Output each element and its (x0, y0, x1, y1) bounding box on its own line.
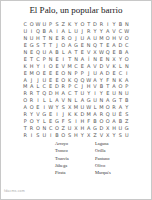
grid-cell: N (124, 62, 130, 69)
word-list-item: Marqués (95, 169, 135, 176)
grid-cell: W (124, 28, 130, 35)
grid-cell: O (124, 55, 130, 62)
word-list-item: Jábega (55, 162, 95, 169)
word-list-item: Laguna (95, 140, 135, 147)
grid-cell: U (124, 131, 130, 138)
grid-cell: B (124, 97, 130, 104)
grid-cell: P (124, 83, 130, 90)
grid-cell: O (124, 35, 130, 42)
word-search-grid: COWUPSZKYOTDRIYBNUIQBAIALUJRYYAVCWNUHTNE… (22, 21, 130, 138)
worksheet-page: El Palo, un popular barrio COWUPSZKYOTDR… (0, 0, 152, 200)
grid-cell: A (124, 76, 130, 83)
word-list-item: Pirata (55, 169, 95, 176)
grid-cell: G (124, 124, 130, 131)
grid-cell: U (124, 90, 130, 97)
puzzle-title: El Palo, un popular barrio (1, 5, 151, 16)
grid-cell: Z (124, 117, 130, 124)
grid-cell: I (124, 69, 130, 76)
grid-cell: C (124, 42, 130, 49)
watermark: fdacms.com (4, 189, 25, 193)
word-list-item: Tronco (55, 147, 95, 154)
grid-cell: N (124, 21, 130, 28)
word-list-item: Arroyo (55, 140, 95, 147)
word-column-left: ArroyoTroncoTranvíaJábegaPirata (55, 140, 95, 176)
word-list-item: Olivo (95, 162, 135, 169)
grid-cell: A (124, 49, 130, 56)
word-column-right: LagunaOrillaPantanoOlivoMarqués (95, 140, 135, 176)
grid-cell: Y (124, 104, 130, 111)
word-list: ArroyoTroncoTranvíaJábegaPirata LagunaOr… (1, 140, 151, 176)
word-list-item: Orilla (95, 147, 135, 154)
grid-cell: S (124, 111, 130, 118)
word-list-item: Tranvía (55, 155, 95, 162)
word-list-item: Pantano (95, 155, 135, 162)
grid-wrapper: COWUPSZKYOTDRIYBNUIQBAIALUJRYYAVCWNUHTNE… (1, 21, 151, 138)
